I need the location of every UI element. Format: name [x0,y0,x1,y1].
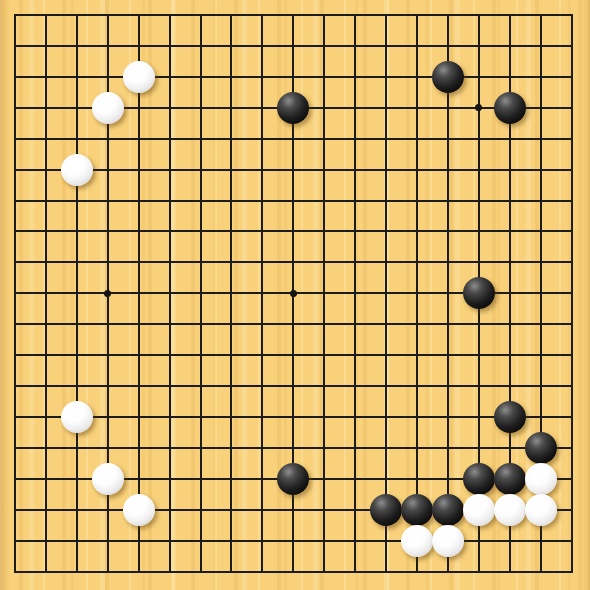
white-stone [92,463,124,495]
board-bottom-edge [0,582,590,590]
white-stone [61,401,93,433]
black-stone [370,494,402,526]
white-stone [432,525,464,557]
black-stone [277,92,309,124]
white-stone [463,494,495,526]
white-stone [494,494,526,526]
black-stone [494,92,526,124]
white-stone [525,463,557,495]
black-stone [463,277,495,309]
white-stone [123,494,155,526]
black-stone [494,463,526,495]
go-board[interactable] [0,0,590,590]
white-stone [61,154,93,186]
black-stone [525,432,557,464]
white-stone [92,92,124,124]
white-stone [401,525,433,557]
white-stone [525,494,557,526]
black-stone [463,463,495,495]
black-stone [494,401,526,433]
black-stone [432,494,464,526]
stones-layer [0,0,587,587]
black-stone [401,494,433,526]
black-stone [432,61,464,93]
white-stone [123,61,155,93]
black-stone [277,463,309,495]
